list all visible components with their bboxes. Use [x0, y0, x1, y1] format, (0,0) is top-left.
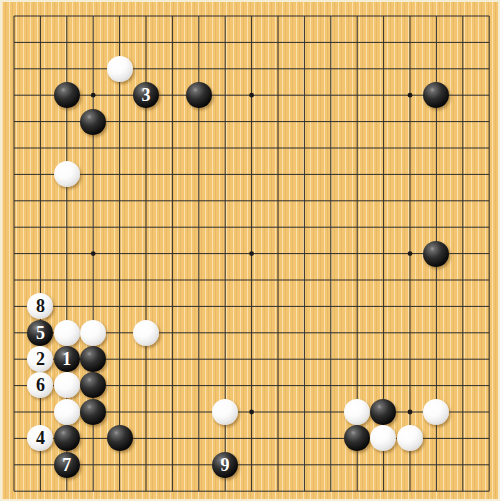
black-stone[interactable]: [54, 425, 80, 451]
white-stone[interactable]: [370, 425, 396, 451]
black-stone[interactable]: [344, 425, 370, 451]
white-stone[interactable]: 4: [27, 425, 53, 451]
move-number: 7: [62, 456, 71, 474]
white-stone[interactable]: 6: [27, 372, 53, 398]
black-stone[interactable]: [80, 399, 106, 425]
white-stone[interactable]: [397, 425, 423, 451]
black-stone[interactable]: [80, 372, 106, 398]
black-stone[interactable]: [186, 82, 212, 108]
move-number: 8: [36, 297, 45, 315]
black-stone[interactable]: [54, 82, 80, 108]
black-stone[interactable]: 9: [212, 452, 238, 478]
black-stone[interactable]: 1: [54, 346, 80, 372]
white-stone[interactable]: [80, 320, 106, 346]
white-stone[interactable]: [423, 399, 449, 425]
move-number: 1: [62, 350, 71, 368]
white-stone[interactable]: [54, 161, 80, 187]
black-stone[interactable]: [80, 346, 106, 372]
move-number: 6: [36, 376, 45, 394]
move-number: 3: [141, 86, 150, 104]
black-stone[interactable]: 5: [27, 320, 53, 346]
white-stone[interactable]: [344, 399, 370, 425]
go-board[interactable]: 385216479: [0, 0, 500, 501]
white-stone[interactable]: [54, 372, 80, 398]
black-stone[interactable]: 7: [54, 452, 80, 478]
move-number: 4: [36, 429, 45, 447]
black-stone[interactable]: [423, 82, 449, 108]
white-stone[interactable]: [54, 399, 80, 425]
white-stone[interactable]: 8: [27, 293, 53, 319]
move-number: 5: [36, 324, 45, 342]
white-stone[interactable]: 2: [27, 346, 53, 372]
white-stone[interactable]: [133, 320, 159, 346]
black-stone[interactable]: [80, 109, 106, 135]
move-number: 9: [221, 456, 230, 474]
stones-layer: 385216479: [1, 3, 500, 501]
white-stone[interactable]: [107, 56, 133, 82]
black-stone[interactable]: 3: [133, 82, 159, 108]
black-stone[interactable]: [423, 241, 449, 267]
black-stone[interactable]: [370, 399, 396, 425]
black-stone[interactable]: [107, 425, 133, 451]
white-stone[interactable]: [54, 320, 80, 346]
move-number: 2: [36, 350, 45, 368]
white-stone[interactable]: [212, 399, 238, 425]
